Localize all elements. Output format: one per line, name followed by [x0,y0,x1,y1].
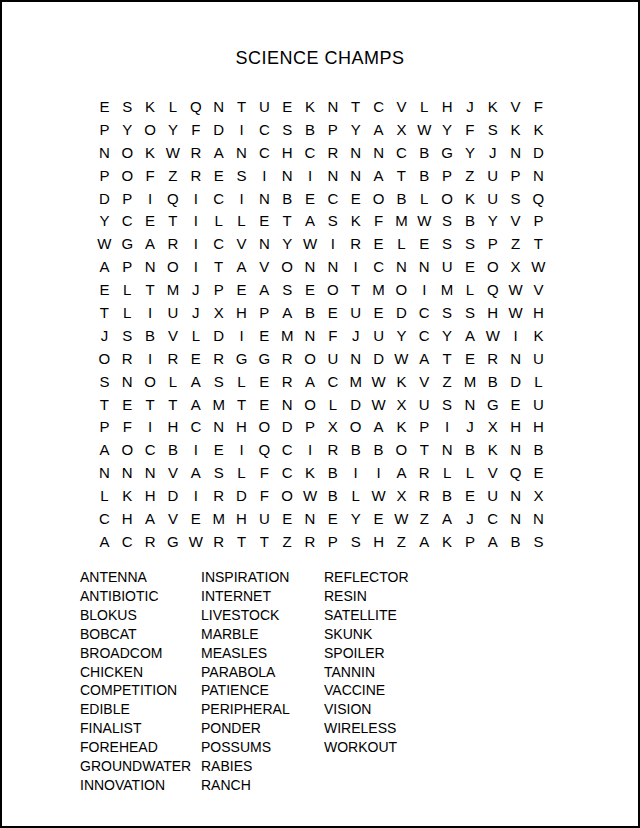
grid-cell[interactable]: L [162,95,185,118]
grid-cell[interactable]: R [276,370,299,393]
grid-cell[interactable]: O [481,255,504,278]
grid-cell[interactable]: Y [344,118,367,141]
grid-cell[interactable]: T [413,438,436,461]
grid-cell[interactable]: T [162,209,185,232]
grid-cell[interactable]: T [527,232,550,255]
grid-cell[interactable]: R [162,232,185,255]
grid-cell[interactable]: O [390,438,413,461]
grid-cell[interactable]: L [459,461,482,484]
grid-cell[interactable]: C [299,141,322,164]
grid-cell[interactable]: A [436,507,459,530]
grid-cell[interactable]: I [139,301,162,324]
grid-cell[interactable]: A [459,324,482,347]
grid-cell[interactable]: B [413,164,436,187]
grid-cell[interactable]: Z [390,530,413,553]
grid-cell[interactable]: O [116,141,139,164]
grid-cell[interactable]: B [527,438,550,461]
grid-cell[interactable]: W [299,484,322,507]
grid-cell[interactable]: K [436,530,459,553]
grid-cell[interactable]: X [390,118,413,141]
grid-cell[interactable]: T [139,278,162,301]
grid-cell[interactable]: N [321,164,344,187]
grid-cell[interactable]: T [93,393,116,416]
grid-cell[interactable]: N [276,393,299,416]
grid-cell[interactable]: O [299,393,322,416]
grid-cell[interactable]: P [299,415,322,438]
grid-cell[interactable]: Z [276,530,299,553]
grid-cell[interactable]: N [367,141,390,164]
grid-cell[interactable]: X [527,484,550,507]
grid-cell[interactable]: J [93,324,116,347]
grid-cell[interactable]: I [184,232,207,255]
grid-cell[interactable]: N [116,461,139,484]
grid-cell[interactable]: Y [93,209,116,232]
grid-cell[interactable]: E [459,255,482,278]
grid-cell[interactable]: P [93,164,116,187]
grid-cell[interactable]: P [527,209,550,232]
grid-cell[interactable]: D [93,187,116,210]
grid-cell[interactable]: N [253,232,276,255]
grid-cell[interactable]: I [139,415,162,438]
grid-cell[interactable]: L [390,232,413,255]
grid-cell[interactable]: I [299,164,322,187]
grid-cell[interactable]: C [116,530,139,553]
grid-cell[interactable]: O [139,118,162,141]
grid-cell[interactable]: C [413,301,436,324]
grid-cell[interactable]: W [413,209,436,232]
grid-cell[interactable]: N [321,95,344,118]
grid-cell[interactable]: S [481,118,504,141]
grid-cell[interactable]: R [207,530,230,553]
grid-cell[interactable]: V [162,507,185,530]
grid-cell[interactable]: T [344,278,367,301]
grid-cell[interactable]: U [253,95,276,118]
grid-cell[interactable]: L [184,324,207,347]
grid-cell[interactable]: N [459,393,482,416]
grid-cell[interactable]: A [367,415,390,438]
grid-cell[interactable]: K [139,95,162,118]
grid-cell[interactable]: M [344,370,367,393]
grid-cell[interactable]: E [367,232,390,255]
grid-cell[interactable]: H [504,415,527,438]
grid-cell[interactable]: O [276,484,299,507]
grid-cell[interactable]: Q [527,187,550,210]
grid-cell[interactable]: N [504,141,527,164]
grid-cell[interactable]: E [207,164,230,187]
grid-cell[interactable]: L [459,278,482,301]
grid-cell[interactable]: E [504,393,527,416]
grid-cell[interactable]: C [116,209,139,232]
grid-cell[interactable]: V [390,95,413,118]
grid-cell[interactable]: L [413,187,436,210]
grid-cell[interactable]: C [276,438,299,461]
grid-cell[interactable]: B [299,301,322,324]
grid-cell[interactable]: E [253,209,276,232]
grid-cell[interactable]: A [230,255,253,278]
grid-cell[interactable]: L [116,278,139,301]
grid-cell[interactable]: Q [504,461,527,484]
grid-cell[interactable]: H [139,484,162,507]
grid-cell[interactable]: C [184,415,207,438]
grid-cell[interactable]: R [413,484,436,507]
grid-cell[interactable]: W [93,232,116,255]
grid-cell[interactable]: I [367,461,390,484]
grid-cell[interactable]: U [321,347,344,370]
grid-cell[interactable]: L [413,95,436,118]
grid-cell[interactable]: K [481,438,504,461]
grid-cell[interactable]: S [276,278,299,301]
grid-cell[interactable]: A [413,347,436,370]
grid-cell[interactable]: A [253,278,276,301]
grid-cell[interactable]: B [276,187,299,210]
grid-cell[interactable]: R [413,461,436,484]
grid-cell[interactable]: Y [436,324,459,347]
grid-cell[interactable]: Z [459,164,482,187]
grid-cell[interactable]: M [390,209,413,232]
grid-cell[interactable]: W [367,370,390,393]
grid-cell[interactable]: T [207,255,230,278]
grid-cell[interactable]: N [299,507,322,530]
grid-cell[interactable]: A [184,393,207,416]
grid-cell[interactable]: I [184,438,207,461]
grid-cell[interactable]: N [344,141,367,164]
grid-cell[interactable]: L [230,370,253,393]
grid-cell[interactable]: U [527,393,550,416]
grid-cell[interactable]: D [162,484,185,507]
grid-cell[interactable]: N [504,484,527,507]
grid-cell[interactable]: O [116,438,139,461]
grid-cell[interactable]: N [527,507,550,530]
grid-cell[interactable]: G [253,347,276,370]
grid-cell[interactable]: N [93,461,116,484]
grid-cell[interactable]: I [230,324,253,347]
grid-cell[interactable]: X [390,484,413,507]
grid-cell[interactable]: R [184,164,207,187]
grid-cell[interactable]: T [230,393,253,416]
grid-cell[interactable]: F [253,461,276,484]
grid-cell[interactable]: I [184,209,207,232]
grid-cell[interactable]: N [436,438,459,461]
grid-cell[interactable]: K [139,141,162,164]
grid-cell[interactable]: N [321,255,344,278]
grid-cell[interactable]: J [459,95,482,118]
grid-cell[interactable]: N [207,95,230,118]
grid-cell[interactable]: P [253,301,276,324]
grid-cell[interactable]: N [344,164,367,187]
grid-cell[interactable]: N [139,255,162,278]
grid-cell[interactable]: F [139,164,162,187]
grid-cell[interactable]: R [207,484,230,507]
grid-cell[interactable]: E [93,95,116,118]
grid-cell[interactable]: I [321,232,344,255]
grid-cell[interactable]: C [253,141,276,164]
grid-cell[interactable]: P [481,232,504,255]
grid-cell[interactable]: G [481,393,504,416]
grid-cell[interactable]: S [436,393,459,416]
grid-cell[interactable]: G [116,232,139,255]
grid-cell[interactable]: F [116,415,139,438]
grid-cell[interactable]: V [162,461,185,484]
grid-cell[interactable]: L [344,484,367,507]
grid-cell[interactable]: K [299,95,322,118]
grid-cell[interactable]: P [116,187,139,210]
grid-cell[interactable]: P [207,278,230,301]
grid-cell[interactable]: N [504,438,527,461]
grid-cell[interactable]: W [299,232,322,255]
grid-cell[interactable]: Z [504,232,527,255]
grid-cell[interactable]: R [162,347,185,370]
grid-cell[interactable]: H [276,141,299,164]
grid-cell[interactable]: B [299,118,322,141]
grid-cell[interactable]: I [184,255,207,278]
grid-cell[interactable]: C [390,141,413,164]
grid-cell[interactable]: J [184,278,207,301]
grid-cell[interactable]: D [367,347,390,370]
grid-cell[interactable]: I [436,415,459,438]
grid-cell[interactable]: L [527,370,550,393]
grid-cell[interactable]: H [230,301,253,324]
grid-cell[interactable]: K [390,370,413,393]
grid-cell[interactable]: P [504,164,527,187]
grid-cell[interactable]: X [321,415,344,438]
grid-cell[interactable]: P [413,415,436,438]
grid-cell[interactable]: R [321,438,344,461]
grid-cell[interactable]: N [93,141,116,164]
grid-cell[interactable]: O [139,370,162,393]
grid-cell[interactable]: E [253,370,276,393]
grid-cell[interactable]: A [413,530,436,553]
grid-cell[interactable]: A [276,301,299,324]
grid-cell[interactable]: O [344,415,367,438]
grid-cell[interactable]: F [367,209,390,232]
grid-cell[interactable]: A [299,370,322,393]
grid-cell[interactable]: E [139,209,162,232]
grid-cell[interactable]: H [481,301,504,324]
grid-cell[interactable]: Y [390,324,413,347]
grid-cell[interactable]: N [344,347,367,370]
grid-cell[interactable]: R [139,530,162,553]
grid-cell[interactable]: M [436,278,459,301]
grid-cell[interactable]: N [390,255,413,278]
grid-cell[interactable]: E [253,324,276,347]
grid-cell[interactable]: A [367,118,390,141]
grid-cell[interactable]: T [390,164,413,187]
grid-cell[interactable]: P [321,530,344,553]
grid-cell[interactable]: B [139,324,162,347]
grid-cell[interactable]: D [527,141,550,164]
grid-cell[interactable]: S [344,530,367,553]
grid-cell[interactable]: U [527,347,550,370]
grid-cell[interactable]: P [116,255,139,278]
grid-cell[interactable]: I [230,438,253,461]
grid-cell[interactable]: Y [459,141,482,164]
grid-cell[interactable]: V [413,370,436,393]
grid-cell[interactable]: O [299,347,322,370]
grid-cell[interactable]: M [207,393,230,416]
grid-cell[interactable]: O [276,255,299,278]
grid-cell[interactable]: U [481,484,504,507]
grid-cell[interactable]: F [321,324,344,347]
grid-cell[interactable]: R [276,347,299,370]
grid-cell[interactable]: B [321,461,344,484]
grid-cell[interactable]: Y [276,232,299,255]
grid-cell[interactable]: B [481,370,504,393]
grid-cell[interactable]: C [207,232,230,255]
grid-cell[interactable]: S [207,370,230,393]
grid-cell[interactable]: C [481,507,504,530]
grid-cell[interactable]: E [253,393,276,416]
grid-cell[interactable]: H [116,507,139,530]
grid-cell[interactable]: C [413,324,436,347]
grid-cell[interactable]: S [459,301,482,324]
grid-cell[interactable]: S [436,232,459,255]
grid-cell[interactable]: K [527,324,550,347]
grid-cell[interactable]: V [527,278,550,301]
grid-cell[interactable]: A [390,461,413,484]
grid-cell[interactable]: E [527,461,550,484]
grid-cell[interactable]: E [459,347,482,370]
grid-cell[interactable]: I [504,324,527,347]
grid-cell[interactable]: Q [481,278,504,301]
grid-cell[interactable]: Y [344,507,367,530]
grid-cell[interactable]: D [504,370,527,393]
grid-cell[interactable]: E [321,507,344,530]
grid-cell[interactable]: T [436,347,459,370]
grid-cell[interactable]: A [93,530,116,553]
grid-cell[interactable]: H [230,415,253,438]
grid-cell[interactable]: R [481,347,504,370]
grid-cell[interactable]: H [527,301,550,324]
grid-cell[interactable]: I [184,187,207,210]
grid-cell[interactable]: Y [481,209,504,232]
grid-cell[interactable]: D [207,118,230,141]
grid-cell[interactable]: A [367,164,390,187]
grid-cell[interactable]: X [481,415,504,438]
grid-cell[interactable]: E [230,278,253,301]
grid-cell[interactable]: I [299,438,322,461]
grid-cell[interactable]: E [276,95,299,118]
grid-cell[interactable]: E [207,438,230,461]
grid-cell[interactable]: I [413,278,436,301]
grid-cell[interactable]: Y [162,118,185,141]
grid-cell[interactable]: U [436,255,459,278]
grid-cell[interactable]: N [139,461,162,484]
grid-cell[interactable]: F [527,95,550,118]
grid-cell[interactable]: E [459,484,482,507]
grid-cell[interactable]: E [321,301,344,324]
grid-cell[interactable]: J [344,324,367,347]
grid-cell[interactable]: D [344,393,367,416]
grid-cell[interactable]: W [413,118,436,141]
grid-cell[interactable]: R [321,141,344,164]
grid-cell[interactable]: W [504,301,527,324]
grid-cell[interactable]: N [230,141,253,164]
grid-cell[interactable]: A [93,438,116,461]
grid-cell[interactable]: T [230,95,253,118]
grid-cell[interactable]: C [139,438,162,461]
grid-cell[interactable]: U [162,301,185,324]
grid-cell[interactable]: T [276,209,299,232]
grid-cell[interactable]: E [116,393,139,416]
grid-cell[interactable]: S [436,301,459,324]
grid-cell[interactable]: J [459,507,482,530]
grid-cell[interactable]: U [344,301,367,324]
grid-cell[interactable]: O [321,278,344,301]
grid-cell[interactable]: A [184,370,207,393]
grid-cell[interactable]: B [367,438,390,461]
grid-cell[interactable]: K [459,187,482,210]
grid-cell[interactable]: C [207,187,230,210]
grid-cell[interactable]: C [276,461,299,484]
grid-cell[interactable]: Y [436,118,459,141]
grid-cell[interactable]: A [93,255,116,278]
grid-cell[interactable]: B [162,438,185,461]
grid-cell[interactable]: C [93,507,116,530]
grid-cell[interactable]: N [253,187,276,210]
grid-cell[interactable]: E [276,507,299,530]
grid-cell[interactable]: S [116,95,139,118]
grid-cell[interactable]: Q [162,187,185,210]
grid-cell[interactable]: V [230,232,253,255]
grid-cell[interactable]: L [116,301,139,324]
grid-cell[interactable]: Q [253,438,276,461]
grid-cell[interactable]: Y [116,118,139,141]
grid-cell[interactable]: O [116,164,139,187]
grid-cell[interactable]: Z [436,370,459,393]
grid-cell[interactable]: H [230,507,253,530]
grid-cell[interactable]: K [390,415,413,438]
grid-cell[interactable]: C [367,95,390,118]
grid-cell[interactable]: H [436,95,459,118]
grid-cell[interactable]: A [299,209,322,232]
grid-cell[interactable]: S [321,209,344,232]
grid-cell[interactable]: T [93,301,116,324]
grid-cell[interactable]: B [390,187,413,210]
grid-cell[interactable]: E [344,187,367,210]
grid-cell[interactable]: W [390,347,413,370]
grid-cell[interactable]: I [184,484,207,507]
grid-cell[interactable]: O [162,255,185,278]
grid-cell[interactable]: U [367,324,390,347]
grid-cell[interactable]: W [162,141,185,164]
grid-cell[interactable]: F [184,118,207,141]
grid-cell[interactable]: J [184,301,207,324]
grid-cell[interactable]: O [253,415,276,438]
grid-cell[interactable]: W [184,530,207,553]
grid-cell[interactable]: B [436,484,459,507]
grid-cell[interactable]: Z [413,507,436,530]
grid-cell[interactable]: L [230,461,253,484]
grid-cell[interactable]: J [481,141,504,164]
grid-cell[interactable]: V [504,209,527,232]
grid-cell[interactable]: E [367,301,390,324]
grid-cell[interactable]: U [413,393,436,416]
grid-cell[interactable]: W [481,324,504,347]
grid-cell[interactable]: B [413,141,436,164]
grid-cell[interactable]: P [93,118,116,141]
grid-cell[interactable]: Z [162,164,185,187]
grid-cell[interactable]: B [504,530,527,553]
grid-cell[interactable]: H [367,530,390,553]
grid-cell[interactable]: V [504,95,527,118]
grid-cell[interactable]: P [459,530,482,553]
grid-cell[interactable]: A [139,232,162,255]
grid-cell[interactable]: B [459,438,482,461]
grid-cell[interactable]: L [207,209,230,232]
grid-cell[interactable]: D [230,484,253,507]
grid-cell[interactable]: R [344,232,367,255]
grid-cell[interactable]: M [162,278,185,301]
